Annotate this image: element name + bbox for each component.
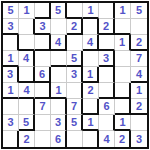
cell-r7c1[interactable]: 5: [19, 115, 35, 131]
cell-r7c6[interactable]: [99, 115, 115, 131]
cell-r4c1[interactable]: [19, 67, 35, 83]
given-digit: 4: [87, 37, 93, 48]
cell-r3c1[interactable]: 4: [19, 51, 35, 67]
given-digit: 5: [7, 5, 13, 16]
cell-r8c6[interactable]: 4: [99, 131, 115, 147]
given-digit: 4: [55, 37, 61, 48]
given-digit: 2: [71, 21, 77, 32]
cell-r4c6[interactable]: [99, 67, 115, 83]
cell-r0c1[interactable]: 1: [19, 3, 35, 19]
cell-r0c2[interactable]: [35, 3, 51, 19]
given-digit: 5: [55, 5, 61, 16]
cell-r3c4[interactable]: 5: [67, 51, 83, 67]
given-digit: 3: [136, 134, 142, 145]
cell-r1c2[interactable]: 3: [35, 19, 51, 35]
given-digit: 5: [23, 117, 29, 128]
given-digit: 1: [55, 85, 61, 96]
given-digit: 1: [7, 85, 13, 96]
given-digit: 3: [71, 69, 77, 80]
cell-r5c6[interactable]: [99, 83, 115, 99]
given-digit: 3: [7, 21, 13, 32]
cell-r0c6[interactable]: [99, 3, 115, 19]
cell-r1c8[interactable]: [131, 19, 147, 35]
given-digit: 7: [39, 101, 45, 112]
cell-r7c7[interactable]: 1: [115, 115, 131, 131]
cell-r6c1[interactable]: [19, 99, 35, 115]
cell-r1c6[interactable]: 2: [99, 19, 115, 35]
cell-r0c4[interactable]: [67, 3, 83, 19]
given-digit: 2: [136, 37, 142, 48]
given-digit: 6: [39, 69, 45, 80]
given-digit: 1: [136, 85, 142, 96]
cell-r3c3[interactable]: [51, 51, 67, 67]
cell-r8c4[interactable]: [67, 131, 83, 147]
cell-r7c0[interactable]: 3: [3, 115, 19, 131]
cell-r3c8[interactable]: 7: [131, 51, 147, 67]
cell-r2c2[interactable]: [35, 35, 51, 51]
cell-r2c1[interactable]: [19, 35, 35, 51]
cell-r8c5[interactable]: [83, 131, 99, 147]
cell-r0c8[interactable]: 5: [131, 3, 147, 19]
cell-r4c4[interactable]: 3: [67, 67, 83, 83]
cell-r2c6[interactable]: [99, 35, 115, 51]
given-digit: 2: [119, 134, 125, 145]
given-digit: 6: [55, 134, 61, 145]
cell-r7c3[interactable]: 3: [51, 115, 67, 131]
cell-r8c1[interactable]: 2: [19, 131, 35, 147]
cell-r1c1[interactable]: [19, 19, 35, 35]
given-digit: 1: [119, 5, 125, 16]
cell-r6c6[interactable]: 6: [99, 99, 115, 115]
cell-r3c0[interactable]: 1: [3, 51, 19, 67]
given-digit: 1: [87, 117, 93, 128]
cell-r5c2[interactable]: [35, 83, 51, 99]
cell-r6c4[interactable]: 7: [67, 99, 83, 115]
cell-r0c5[interactable]: 1: [83, 3, 99, 19]
given-digit: 3: [55, 117, 61, 128]
cell-r0c7[interactable]: 1: [115, 3, 131, 19]
given-digit: 5: [71, 117, 77, 128]
cell-r2c5[interactable]: 4: [83, 35, 99, 51]
given-digit: 4: [103, 134, 109, 145]
given-digit: 1: [119, 117, 125, 128]
cell-r5c4[interactable]: [67, 83, 83, 99]
given-digit: 3: [39, 21, 45, 32]
cell-r4c5[interactable]: 1: [83, 67, 99, 83]
cell-r8c0[interactable]: [3, 131, 19, 147]
cell-r4c8[interactable]: 4: [131, 67, 147, 83]
given-digit: 6: [103, 101, 109, 112]
cell-r7c2[interactable]: [35, 115, 51, 131]
cell-r5c8[interactable]: 1: [131, 83, 147, 99]
cell-r0c0[interactable]: 5: [3, 3, 19, 19]
cell-r1c0[interactable]: 3: [3, 19, 19, 35]
given-digit: 1: [119, 37, 125, 48]
cell-r6c3[interactable]: [51, 99, 67, 115]
cell-r5c5[interactable]: 2: [83, 83, 99, 99]
cell-r5c1[interactable]: 4: [19, 83, 35, 99]
given-digit: 1: [87, 5, 93, 16]
given-digit: 1: [87, 69, 93, 80]
given-digit: 3: [7, 69, 13, 80]
cell-r2c4[interactable]: [67, 35, 83, 51]
given-digit: 5: [71, 53, 77, 64]
cell-r8c7[interactable]: 2: [115, 131, 131, 147]
given-digit: 1: [7, 53, 13, 64]
given-digit: 3: [103, 53, 109, 64]
given-digit: 4: [23, 85, 29, 96]
cell-r2c8[interactable]: 2: [131, 35, 147, 51]
given-digit: 2: [23, 134, 29, 145]
cell-r2c7[interactable]: 1: [115, 35, 131, 51]
given-digit: 2: [103, 21, 109, 32]
cell-r3c6[interactable]: 3: [99, 51, 115, 67]
cell-r5c0[interactable]: 1: [3, 83, 19, 99]
cell-r4c2[interactable]: 6: [35, 67, 51, 83]
cell-r6c0[interactable]: [3, 99, 19, 115]
given-digit: 1: [23, 5, 29, 16]
cell-r0c3[interactable]: 5: [51, 3, 67, 19]
given-digit: 5: [136, 5, 142, 16]
cell-r2c0[interactable]: [3, 35, 19, 51]
given-digit: 3: [7, 117, 13, 128]
cell-r4c0[interactable]: 3: [3, 67, 19, 83]
cell-r1c7[interactable]: [115, 19, 131, 35]
cell-r2c3[interactable]: 4: [51, 35, 67, 51]
suguru-board: 5151153322441214537363141412177623535112…: [1, 1, 149, 149]
cell-r8c2[interactable]: [35, 131, 51, 147]
cell-r5c7[interactable]: [115, 83, 131, 99]
cell-r3c5[interactable]: [83, 51, 99, 67]
cell-r3c7[interactable]: [115, 51, 131, 67]
cell-r7c4[interactable]: 5: [67, 115, 83, 131]
cell-r6c8[interactable]: 2: [131, 99, 147, 115]
cell-r7c8[interactable]: [131, 115, 147, 131]
cell-r8c8[interactable]: 3: [131, 131, 147, 147]
cell-r4c7[interactable]: [115, 67, 131, 83]
given-digit: 4: [136, 69, 142, 80]
given-digit: 2: [136, 101, 142, 112]
cell-r7c5[interactable]: 1: [83, 115, 99, 131]
given-digit: 4: [23, 53, 29, 64]
cell-r1c4[interactable]: 2: [67, 19, 83, 35]
given-digit: 7: [71, 101, 77, 112]
cell-r6c5[interactable]: [83, 99, 99, 115]
given-digit: 7: [136, 53, 142, 64]
cell-r1c5[interactable]: [83, 19, 99, 35]
cell-r3c2[interactable]: [35, 51, 51, 67]
cell-r6c2[interactable]: 7: [35, 99, 51, 115]
cell-r5c3[interactable]: 1: [51, 83, 67, 99]
cell-r4c3[interactable]: [51, 67, 67, 83]
cell-r6c7[interactable]: [115, 99, 131, 115]
page: 5151153322441214537363141412177623535112…: [0, 0, 150, 150]
given-digit: 2: [87, 85, 93, 96]
cell-r8c3[interactable]: 6: [51, 131, 67, 147]
cell-r1c3[interactable]: [51, 19, 67, 35]
